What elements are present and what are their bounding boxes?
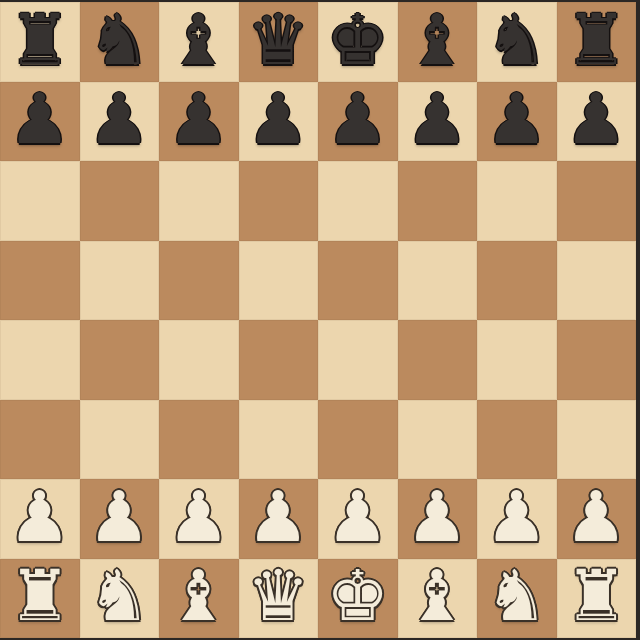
black-bishop[interactable]: ♝ (167, 5, 230, 75)
square-d3[interactable] (239, 400, 319, 480)
black-king[interactable]: ♚ (326, 5, 389, 75)
square-b2[interactable]: ♟ (80, 479, 160, 559)
square-b5[interactable] (80, 241, 160, 321)
square-g5[interactable] (477, 241, 557, 321)
white-pawn[interactable]: ♟ (565, 482, 628, 552)
square-b7[interactable]: ♟ (80, 82, 160, 162)
square-a4[interactable] (0, 320, 80, 400)
square-g3[interactable] (477, 400, 557, 480)
square-d1[interactable]: ♛ (239, 559, 319, 639)
square-e3[interactable] (318, 400, 398, 480)
square-b4[interactable] (80, 320, 160, 400)
black-queen[interactable]: ♛ (247, 5, 310, 75)
square-f7[interactable]: ♟ (398, 82, 478, 162)
black-rook[interactable]: ♜ (8, 5, 71, 75)
square-d6[interactable] (239, 161, 319, 241)
black-pawn[interactable]: ♟ (8, 84, 71, 154)
square-f3[interactable] (398, 400, 478, 480)
square-b6[interactable] (80, 161, 160, 241)
white-pawn[interactable]: ♟ (406, 482, 469, 552)
square-g7[interactable]: ♟ (477, 82, 557, 162)
square-b1[interactable]: ♞ (80, 559, 160, 639)
black-pawn[interactable]: ♟ (565, 84, 628, 154)
square-a8[interactable]: ♜ (0, 2, 80, 82)
square-g6[interactable] (477, 161, 557, 241)
white-pawn[interactable]: ♟ (326, 482, 389, 552)
square-d7[interactable]: ♟ (239, 82, 319, 162)
square-c4[interactable] (159, 320, 239, 400)
square-a2[interactable]: ♟ (0, 479, 80, 559)
square-f4[interactable] (398, 320, 478, 400)
square-e1[interactable]: ♚ (318, 559, 398, 639)
white-rook[interactable]: ♜ (565, 561, 628, 631)
square-h3[interactable] (557, 400, 637, 480)
square-h6[interactable] (557, 161, 637, 241)
square-a1[interactable]: ♜ (0, 559, 80, 639)
white-queen[interactable]: ♛ (247, 561, 310, 631)
square-d4[interactable] (239, 320, 319, 400)
square-f1[interactable]: ♝ (398, 559, 478, 639)
square-a3[interactable] (0, 400, 80, 480)
square-h1[interactable]: ♜ (557, 559, 637, 639)
square-e4[interactable] (318, 320, 398, 400)
white-bishop[interactable]: ♝ (406, 561, 469, 631)
square-c7[interactable]: ♟ (159, 82, 239, 162)
square-f6[interactable] (398, 161, 478, 241)
black-knight[interactable]: ♞ (88, 5, 151, 75)
square-f8[interactable]: ♝ (398, 2, 478, 82)
white-pawn[interactable]: ♟ (247, 482, 310, 552)
square-c8[interactable]: ♝ (159, 2, 239, 82)
white-bishop[interactable]: ♝ (167, 561, 230, 631)
square-b8[interactable]: ♞ (80, 2, 160, 82)
square-h4[interactable] (557, 320, 637, 400)
black-pawn[interactable]: ♟ (167, 84, 230, 154)
square-d8[interactable]: ♛ (239, 2, 319, 82)
square-c5[interactable] (159, 241, 239, 321)
square-e7[interactable]: ♟ (318, 82, 398, 162)
square-e6[interactable] (318, 161, 398, 241)
square-e5[interactable] (318, 241, 398, 321)
chess-board: ♜♞♝♛♚♝♞♜♟♟♟♟♟♟♟♟♟♟♟♟♟♟♟♟♜♞♝♛♚♝♞♜ (0, 2, 636, 638)
square-g4[interactable] (477, 320, 557, 400)
black-rook[interactable]: ♜ (565, 5, 628, 75)
square-h7[interactable]: ♟ (557, 82, 637, 162)
white-pawn[interactable]: ♟ (167, 482, 230, 552)
black-pawn[interactable]: ♟ (485, 84, 548, 154)
square-c3[interactable] (159, 400, 239, 480)
white-knight[interactable]: ♞ (485, 561, 548, 631)
square-e2[interactable]: ♟ (318, 479, 398, 559)
square-a6[interactable] (0, 161, 80, 241)
black-pawn[interactable]: ♟ (88, 84, 151, 154)
white-pawn[interactable]: ♟ (485, 482, 548, 552)
white-pawn[interactable]: ♟ (8, 482, 71, 552)
black-knight[interactable]: ♞ (485, 5, 548, 75)
square-g8[interactable]: ♞ (477, 2, 557, 82)
white-rook[interactable]: ♜ (8, 561, 71, 631)
board-frame: ♜♞♝♛♚♝♞♜♟♟♟♟♟♟♟♟♟♟♟♟♟♟♟♟♜♞♝♛♚♝♞♜ (0, 0, 640, 640)
square-g1[interactable]: ♞ (477, 559, 557, 639)
square-d5[interactable] (239, 241, 319, 321)
square-f5[interactable] (398, 241, 478, 321)
black-bishop[interactable]: ♝ (406, 5, 469, 75)
square-c6[interactable] (159, 161, 239, 241)
square-h2[interactable]: ♟ (557, 479, 637, 559)
white-king[interactable]: ♚ (326, 561, 389, 631)
square-c1[interactable]: ♝ (159, 559, 239, 639)
square-b3[interactable] (80, 400, 160, 480)
square-f2[interactable]: ♟ (398, 479, 478, 559)
black-pawn[interactable]: ♟ (247, 84, 310, 154)
square-h5[interactable] (557, 241, 637, 321)
square-d2[interactable]: ♟ (239, 479, 319, 559)
white-pawn[interactable]: ♟ (88, 482, 151, 552)
square-a7[interactable]: ♟ (0, 82, 80, 162)
white-knight[interactable]: ♞ (88, 561, 151, 631)
square-c2[interactable]: ♟ (159, 479, 239, 559)
square-a5[interactable] (0, 241, 80, 321)
black-pawn[interactable]: ♟ (326, 84, 389, 154)
square-h8[interactable]: ♜ (557, 2, 637, 82)
square-e8[interactable]: ♚ (318, 2, 398, 82)
square-g2[interactable]: ♟ (477, 479, 557, 559)
black-pawn[interactable]: ♟ (406, 84, 469, 154)
